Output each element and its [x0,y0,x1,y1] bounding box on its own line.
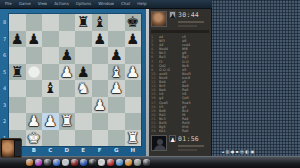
square-e6[interactable] [75,47,92,64]
square-f7[interactable]: ♟ [92,31,109,48]
menu-item-options[interactable]: Options [76,2,91,6]
square-c7[interactable] [42,31,59,48]
square-g8[interactable] [108,14,125,31]
menu-bar: FileGameViewActionsOptionsWindowChatHelp [0,0,212,9]
square-h4[interactable] [125,80,142,97]
tray-icon-1[interactable]: ▴ [222,149,224,154]
square-h8[interactable]: ♚ [125,14,142,31]
piece-black-pawn-b7[interactable]: ♟ [26,31,43,48]
tray-icon-6[interactable]: ◧ [245,149,249,154]
square-a8[interactable] [9,14,26,31]
piece-white-pawn-g4[interactable]: ♟ [108,80,125,97]
square-f8[interactable]: ♝ [92,14,109,31]
square-e8[interactable]: ♜ [75,14,92,31]
menu-item-game[interactable]: Game [19,2,31,6]
square-h5[interactable]: ♟ [125,64,142,81]
square-d1[interactable] [59,130,76,147]
menu-item-window[interactable]: Window [98,2,114,6]
square-c3[interactable] [42,97,59,114]
piece-black-king-h8[interactable]: ♚ [125,14,142,31]
piece-black-rook-e8[interactable]: ♜ [75,14,92,31]
tray-icon-3[interactable]: ● [231,149,235,154]
file-label-h: H [125,146,142,155]
square-f3[interactable]: ♟ [92,97,109,114]
file-label-c: C [42,146,59,155]
dock-icon-2[interactable] [35,159,42,166]
taskbar [0,156,300,168]
file-labels: ABCDEFGH [9,146,141,155]
system-tray: ▴▥●▪▤◧▣ [222,148,254,155]
file-label-b: B [26,146,43,155]
rank-label-2: 2 [0,113,9,130]
square-e2[interactable] [75,113,92,130]
square-c6[interactable] [42,47,59,64]
square-b8[interactable] [26,14,43,31]
square-f1[interactable] [92,130,109,147]
tray-icon-7[interactable]: ▣ [251,149,255,154]
piece-white-pawn-b2[interactable]: ♟ [26,113,43,130]
square-g1[interactable] [108,130,125,147]
rank-label-8: 8 [0,14,9,31]
square-d2[interactable]: ♜ [59,113,76,130]
square-d4[interactable] [59,80,76,97]
file-label-f: F [92,146,109,155]
player-bottom-name [178,145,204,147]
dock-icon-12[interactable] [125,159,132,166]
square-f4[interactable] [92,80,109,97]
move-list[interactable]: 1.e4c52.Nf3d63.d4cxd44.Nxd4Nf65.Nc3g66.B… [151,35,209,133]
square-b3[interactable] [26,97,43,114]
square-h7[interactable]: ♟ [125,31,142,48]
rank-label-7: 7 [0,31,9,48]
player-bottom-row: ♟ 01:56 [151,135,209,153]
square-e5[interactable]: ♟ [75,64,92,81]
piece-black-bishop-c4[interactable]: ♝ [42,80,59,97]
rank-label-3: 3 [0,97,9,114]
square-g3[interactable] [108,97,125,114]
square-f2[interactable] [92,113,109,130]
piece-white-pawn-h5[interactable]: ♟ [125,64,142,81]
file-label-g: G [108,146,125,155]
square-c2[interactable]: ♟ [42,113,59,130]
piece-white-bishop-g5[interactable]: ♝ [108,64,125,81]
square-b2[interactable]: ♟ [26,113,43,130]
square-e1[interactable] [75,130,92,147]
piece-white-rook-h1[interactable]: ♜ [125,130,142,147]
tray-icon-5[interactable]: ▤ [240,149,244,154]
tray-icon-4[interactable]: ▪ [236,149,239,154]
square-h2[interactable] [125,113,142,130]
piece-white-rook-d2[interactable]: ♜ [59,113,76,130]
menu-item-view[interactable]: View [38,2,48,6]
square-a3[interactable] [9,97,26,114]
piece-black-pawn-e5[interactable]: ♟ [75,64,92,81]
dock-icon-10[interactable] [107,159,114,166]
dock-icon-9[interactable] [98,159,105,166]
square-c8[interactable] [42,14,59,31]
rank-label-6: 6 [0,47,9,64]
square-g6[interactable]: ♟ [108,47,125,64]
square-c4[interactable]: ♝ [42,80,59,97]
player-top-name [178,21,204,23]
square-d6[interactable]: ♟ [59,47,76,64]
dock-icon-3[interactable] [44,159,51,166]
square-a6[interactable] [9,47,26,64]
desktop: FileGameViewActionsOptionsWindowChatHelp… [0,0,300,168]
player-top-rating [178,25,197,27]
square-d8[interactable] [59,14,76,31]
piece-black-pawn-d6[interactable]: ♟ [59,47,76,64]
move-wm-24: Kb1 [159,129,182,133]
square-a7[interactable]: ♟ [9,31,26,48]
file-label-d: D [59,146,76,155]
game-side-panel: ♟ 30:44 1.e4c52.Nf3d63.d4cxd44.Nxd4Nf65.… [149,9,212,156]
chess-board[interactable]: ♜♝♚♟♟♟♟♟♟♜♟♟♝♟♝♞♟♟♟♟♜♚♜ [9,14,141,146]
square-b4[interactable] [26,80,43,97]
square-f6[interactable] [92,47,109,64]
piece-black-pawn-g6[interactable]: ♟ [108,47,125,64]
webcam-thumbnail[interactable] [0,138,22,158]
square-f5[interactable] [92,64,109,81]
square-g4[interactable]: ♟ [108,80,125,97]
piece-black-pawn-a7[interactable]: ♟ [9,31,26,48]
piece-white-pawn-d5[interactable]: ♟ [59,64,76,81]
square-h1[interactable]: ♜ [125,130,142,147]
rank-labels: 87654321 [0,14,9,146]
square-b5[interactable] [26,64,43,81]
rank-label-5: 5 [0,64,9,81]
menu-item-actions[interactable]: Actions [54,2,69,6]
piece-white-king-b1[interactable]: ♚ [26,130,43,147]
piece-white-pawn-f3[interactable]: ♟ [92,97,109,114]
piece-black-bishop-f8[interactable]: ♝ [92,14,109,31]
dock-icon-5[interactable] [62,159,69,166]
dock-icon-4[interactable] [53,159,60,166]
dock-icon-6[interactable] [71,159,78,166]
webcam-face [2,140,14,157]
square-h3[interactable] [125,97,142,114]
webcam-sidebox [15,141,22,156]
piece-black-pawn-h7[interactable]: ♟ [125,31,142,48]
black-side-icon: ♟ [169,11,176,18]
dock-icon-7[interactable] [80,159,87,166]
file-label-e: E [75,146,92,155]
square-g5[interactable]: ♝ [108,64,125,81]
move-num-24: 24. [151,129,159,133]
square-d3[interactable] [59,97,76,114]
square-b1[interactable]: ♚ [26,130,43,147]
move-row-24[interactable]: 24.Kb1Re8 [151,129,209,133]
player-top-row: ♟ 30:44 [151,11,209,29]
square-c1[interactable] [42,130,59,147]
square-g7[interactable] [108,31,125,48]
square-a5[interactable]: ♜ [9,64,26,81]
white-side-icon: ♟ [169,135,176,142]
dock-icon-11[interactable] [116,159,123,166]
piece-white-knight-e4[interactable]: ♞ [75,80,92,97]
square-e4[interactable]: ♞ [75,80,92,97]
square-h6[interactable] [125,47,142,64]
piece-black-rook-a5[interactable]: ♜ [9,64,26,81]
piece-black-pawn-f7[interactable]: ♟ [92,31,109,48]
square-b6[interactable] [26,47,43,64]
square-c5[interactable] [42,64,59,81]
move-bm-24: Re8 [182,129,205,133]
player-top-avatar [151,11,167,27]
square-g2[interactable] [108,113,125,130]
square-e3[interactable] [75,97,92,114]
square-a4[interactable] [9,80,26,97]
tray-icon-2[interactable]: ▥ [226,149,230,154]
square-b7[interactable]: ♟ [26,31,43,48]
square-e7[interactable] [75,31,92,48]
square-a2[interactable] [9,113,26,130]
square-d7[interactable] [59,31,76,48]
rank-label-4: 4 [0,80,9,97]
menu-item-chat[interactable]: Chat [121,2,130,6]
player-bottom-avatar [151,135,167,151]
chess-board-window: 87654321 ♜♝♚♟♟♟♟♟♟♜♟♟♝♟♝♞♟♟♟♟♜♚♜ ABCDEFG… [0,9,146,156]
player-top-clock: 30:44 [178,12,199,19]
player-bottom-rating [178,149,197,151]
dock-icon-14[interactable] [143,159,150,166]
player-bottom-clock: 01:56 [178,136,199,143]
dock-icon-8[interactable] [89,159,96,166]
move-list-header [151,30,209,33]
dock-icon-13[interactable] [134,159,141,166]
dock-icons [26,159,150,166]
square-d5[interactable]: ♟ [59,64,76,81]
menu-item-help[interactable]: Help [137,2,146,6]
dock-icon-1[interactable] [26,159,33,166]
piece-white-pawn-c2[interactable]: ♟ [42,113,59,130]
menu-item-file[interactable]: File [5,2,12,6]
